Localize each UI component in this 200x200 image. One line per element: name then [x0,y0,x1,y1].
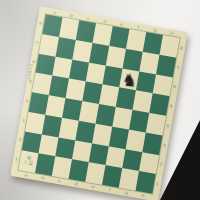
chess-board[interactable]: abcdefgh abcdefgh 87654321 87654321 CHES… [10,6,188,200]
board-grid: ♞ [18,14,179,193]
photo-background: abcdefgh abcdefgh 87654321 87654321 CHES… [0,0,200,200]
square-f6[interactable]: ♞ [119,68,139,90]
square-h1[interactable] [136,171,156,193]
maker-logo: ♔ ♘♖ [18,151,39,173]
black-knight[interactable]: ♞ [120,71,137,90]
